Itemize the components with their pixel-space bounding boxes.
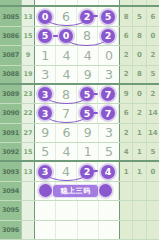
digit-cell: 4 xyxy=(56,46,77,64)
stat-cell xyxy=(133,201,146,219)
sum-cell xyxy=(22,0,34,5)
stat-cell xyxy=(147,221,159,239)
stat-cell: 2 xyxy=(120,46,133,64)
stat-area: 110 xyxy=(120,162,159,180)
chart-row: 3088193493285 xyxy=(0,66,159,85)
digit-cell: 4 xyxy=(98,162,119,180)
stat-cell: 4 xyxy=(120,143,133,160)
circled-digit: 7 xyxy=(101,106,115,120)
digit-cell xyxy=(78,0,99,5)
stat-cell: 9 xyxy=(120,85,133,103)
chart-row: 3096 xyxy=(0,221,159,240)
digit-cell xyxy=(99,201,119,219)
digit-cell: 4 xyxy=(56,143,77,160)
stat-cell: 6 xyxy=(120,27,133,45)
issue-cell: 3089 xyxy=(0,85,22,103)
circled-digit: 3 xyxy=(38,165,52,179)
sum-cell xyxy=(22,201,34,219)
digit-cell: 5 xyxy=(35,143,56,160)
digit-area: 3493 xyxy=(34,66,120,83)
stat-cell: 2 xyxy=(120,124,133,142)
stat-cell xyxy=(133,0,146,5)
stat-cell xyxy=(120,221,133,239)
promo-pill-button[interactable]: 稳上三码 xyxy=(52,184,99,198)
stat-cell: 1 xyxy=(120,162,133,180)
digit-cell xyxy=(99,0,119,5)
issue-cell: 3086 xyxy=(0,27,22,45)
digit-cell xyxy=(56,201,77,219)
issue-cell xyxy=(0,0,22,5)
digit-area: 3424 xyxy=(34,162,120,180)
chart-row-partial xyxy=(0,0,159,7)
stat-cell xyxy=(147,182,159,200)
digit-area: 5415 xyxy=(34,143,120,160)
issue-cell: 3087 xyxy=(0,46,22,64)
stat-cell: 1 xyxy=(133,162,146,180)
stat-area: 6214 xyxy=(120,104,159,122)
issue-cell: 3092 xyxy=(0,143,22,160)
circled-digit: 2 xyxy=(80,165,94,179)
digit-area: 3757 xyxy=(34,104,120,122)
chart-row: 3085130625856 xyxy=(0,7,159,26)
stat-area: 902 xyxy=(120,85,159,103)
stat-cell: 2 xyxy=(133,104,146,122)
stat-area xyxy=(120,221,159,239)
chart-row: 308791440202 xyxy=(0,46,159,65)
sum-cell: 22 xyxy=(22,104,34,122)
circled-digit: 2 xyxy=(80,10,94,24)
digit-area: 1440 xyxy=(34,46,120,64)
stat-area: 680 xyxy=(120,27,159,45)
issue-cell: 3091 xyxy=(0,124,22,142)
chart-row: 30912796932114 xyxy=(0,124,159,143)
issue-cell: 3088 xyxy=(0,66,22,83)
issue-cell: 3096 xyxy=(0,221,22,239)
circled-digit: 2 xyxy=(101,29,115,43)
circled-digit: 5 xyxy=(38,29,52,43)
digit-cell: 9 xyxy=(78,124,99,142)
stat-cell xyxy=(120,0,133,5)
stat-cell: 0 xyxy=(147,27,159,45)
stat-cell: 8 xyxy=(133,27,146,45)
circled-digit: 4 xyxy=(101,165,115,179)
stat-area: 415 xyxy=(120,143,159,160)
digit-area: 5082 xyxy=(34,27,120,45)
stat-cell: 14 xyxy=(147,104,159,122)
stat-cell: 1 xyxy=(133,143,146,160)
issue-cell: 3095 xyxy=(0,201,22,219)
chart-row: 3094稳上三码 xyxy=(0,182,159,201)
stat-cell: 2 xyxy=(147,46,159,64)
chart-row: 3089233857902 xyxy=(0,85,159,104)
sum-cell: 23 xyxy=(22,85,34,103)
promo-dot-icon xyxy=(39,184,52,197)
digit-area: 稳上三码 xyxy=(34,182,120,200)
chart-row: 30902237576214 xyxy=(0,104,159,123)
digit-cell: 3 xyxy=(35,66,56,83)
digit-cell: 9 xyxy=(78,66,99,83)
stat-cell: 0 xyxy=(133,85,146,103)
digit-cell xyxy=(99,221,119,239)
stat-cell: 5 xyxy=(133,7,146,25)
digit-cell: 1 xyxy=(35,46,56,64)
sum-cell: 15 xyxy=(22,27,34,45)
circled-digit: 5 xyxy=(80,87,94,101)
stat-cell xyxy=(120,201,133,219)
stat-cell: 5 xyxy=(147,143,159,160)
sum-cell xyxy=(22,182,34,200)
digit-cell: 0 xyxy=(99,46,119,64)
circled-digit: 7 xyxy=(101,87,115,101)
stat-cell: 1 xyxy=(133,124,146,142)
digit-cell: 4 xyxy=(78,46,99,64)
stat-cell xyxy=(147,201,159,219)
sum-cell: 13 xyxy=(22,162,34,180)
digit-cell: 3 xyxy=(99,124,119,142)
stat-cell xyxy=(133,221,146,239)
digit-cell: 9 xyxy=(35,124,56,142)
stat-area xyxy=(120,201,159,219)
stat-area xyxy=(120,0,159,5)
connector-dash xyxy=(53,35,58,37)
issue-cell: 3093 xyxy=(0,162,22,180)
stat-cell: 2 xyxy=(147,85,159,103)
circled-digit: 5 xyxy=(80,106,94,120)
circled-digit: 3 xyxy=(38,87,52,101)
digit-cell xyxy=(56,221,77,239)
stat-cell: 0 xyxy=(133,46,146,64)
stat-area xyxy=(120,182,159,200)
digit-area: 9693 xyxy=(34,124,120,142)
stat-cell xyxy=(120,182,133,200)
digit-cell: 3 xyxy=(99,66,119,83)
digit-cell: 6 xyxy=(56,124,77,142)
circled-digit: 0 xyxy=(59,29,73,43)
lottery-trend-chart: 3085130625856308615508268030879144020230… xyxy=(0,0,159,240)
stat-cell: 6 xyxy=(120,104,133,122)
stat-area: 2114 xyxy=(120,124,159,142)
digit-area xyxy=(34,0,120,5)
digit-area: 3857 xyxy=(34,85,120,103)
stat-area: 202 xyxy=(120,46,159,64)
stat-area: 856 xyxy=(120,7,159,25)
issue-cell: 3090 xyxy=(0,104,22,122)
digit-cell xyxy=(78,221,99,239)
digit-cell xyxy=(78,201,99,219)
stat-cell: 8 xyxy=(120,7,133,25)
chart-row: 3092155415415 xyxy=(0,143,159,162)
stat-cell: 0 xyxy=(147,162,159,180)
digit-cell: 7 xyxy=(98,104,119,122)
sum-cell: 15 xyxy=(22,143,34,160)
stat-cell xyxy=(133,182,146,200)
digit-cell xyxy=(35,0,56,5)
sum-cell: 13 xyxy=(22,7,34,25)
sum-cell xyxy=(22,221,34,239)
stat-area: 285 xyxy=(120,66,159,83)
digit-cell xyxy=(56,0,77,5)
stat-cell: 5 xyxy=(147,66,159,83)
digit-area: 0625 xyxy=(34,7,120,25)
issue-cell: 3094 xyxy=(0,182,22,200)
chart-row: 3093133424110 xyxy=(0,162,159,181)
digit-cell: 7 xyxy=(98,85,119,103)
digit-cell: 5 xyxy=(99,143,119,160)
stat-cell xyxy=(147,0,159,5)
stat-cell: 2 xyxy=(120,66,133,83)
sum-cell: 19 xyxy=(22,66,34,83)
digit-area xyxy=(34,221,120,239)
chart-row: 3095 xyxy=(0,201,159,220)
digit-cell: 4 xyxy=(56,66,77,83)
digit-cell: 1 xyxy=(78,143,99,160)
circled-digit: 0 xyxy=(38,10,52,24)
digit-area xyxy=(34,201,120,219)
sum-cell: 27 xyxy=(22,124,34,142)
issue-cell: 3085 xyxy=(0,7,22,25)
stat-cell: 14 xyxy=(147,124,159,142)
digit-cell xyxy=(35,221,56,239)
stat-cell: 8 xyxy=(133,66,146,83)
sum-cell: 9 xyxy=(22,46,34,64)
chart-row: 3086155082680 xyxy=(0,27,159,46)
digit-cell xyxy=(35,201,56,219)
stat-cell: 6 xyxy=(147,7,159,25)
chart-rows: 3085130625856308615508268030879144020230… xyxy=(0,0,159,240)
digit-cell: 5 xyxy=(98,7,119,25)
circled-digit: 5 xyxy=(101,10,115,24)
